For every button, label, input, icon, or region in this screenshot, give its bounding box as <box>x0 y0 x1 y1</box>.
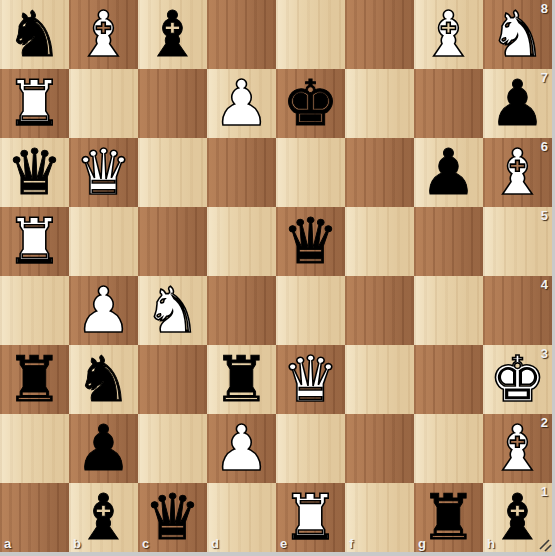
square-h2[interactable]: 2♝ <box>483 414 552 483</box>
square-h7[interactable]: 7♟ <box>483 69 552 138</box>
square-g2[interactable] <box>414 414 483 483</box>
square-a2[interactable] <box>0 414 69 483</box>
piece-white-queen[interactable]: ♛ <box>75 138 131 207</box>
square-g6[interactable]: ♟ <box>414 138 483 207</box>
square-b1[interactable]: b♝ <box>69 483 138 552</box>
square-b5[interactable] <box>69 207 138 276</box>
rank-label-4: 4 <box>541 277 548 292</box>
piece-white-pawn[interactable]: ♟ <box>213 69 269 138</box>
square-a7[interactable]: ♜ <box>0 69 69 138</box>
square-f6[interactable] <box>345 138 414 207</box>
square-h3[interactable]: 3♚ <box>483 345 552 414</box>
piece-white-bishop[interactable]: ♝ <box>420 0 476 69</box>
piece-white-rook[interactable]: ♜ <box>282 483 338 552</box>
piece-white-king[interactable]: ♚ <box>489 345 545 414</box>
square-f5[interactable] <box>345 207 414 276</box>
piece-black-knight[interactable]: ♞ <box>6 0 62 69</box>
square-b6[interactable]: ♛ <box>69 138 138 207</box>
square-d5[interactable] <box>207 207 276 276</box>
square-d2[interactable]: ♟ <box>207 414 276 483</box>
square-e5[interactable]: ♛ <box>276 207 345 276</box>
piece-white-rook[interactable]: ♜ <box>6 207 62 276</box>
square-f7[interactable] <box>345 69 414 138</box>
piece-black-pawn[interactable]: ♟ <box>420 138 476 207</box>
square-g7[interactable] <box>414 69 483 138</box>
square-c7[interactable] <box>138 69 207 138</box>
square-a1[interactable]: a <box>0 483 69 552</box>
square-h8[interactable]: 8♞ <box>483 0 552 69</box>
file-label-f: f <box>349 536 353 551</box>
square-c6[interactable] <box>138 138 207 207</box>
square-g8[interactable]: ♝ <box>414 0 483 69</box>
square-e7[interactable]: ♚ <box>276 69 345 138</box>
file-label-a: a <box>4 536 11 551</box>
piece-white-queen[interactable]: ♛ <box>282 345 338 414</box>
piece-black-knight[interactable]: ♞ <box>75 345 131 414</box>
square-f1[interactable]: f <box>345 483 414 552</box>
piece-white-pawn[interactable]: ♟ <box>213 414 269 483</box>
square-h5[interactable]: 5 <box>483 207 552 276</box>
square-g4[interactable] <box>414 276 483 345</box>
piece-black-bishop[interactable]: ♝ <box>75 483 131 552</box>
piece-black-king[interactable]: ♚ <box>282 69 338 138</box>
resize-handle-icon[interactable] <box>538 538 552 552</box>
file-label-d: d <box>211 536 219 551</box>
square-a4[interactable] <box>0 276 69 345</box>
square-b2[interactable]: ♟ <box>69 414 138 483</box>
piece-white-knight[interactable]: ♞ <box>144 276 200 345</box>
piece-black-rook[interactable]: ♜ <box>420 483 476 552</box>
square-b3[interactable]: ♞ <box>69 345 138 414</box>
square-c4[interactable]: ♞ <box>138 276 207 345</box>
square-b8[interactable]: ♝ <box>69 0 138 69</box>
piece-black-rook[interactable]: ♜ <box>6 345 62 414</box>
square-d4[interactable] <box>207 276 276 345</box>
square-e8[interactable] <box>276 0 345 69</box>
square-d3[interactable]: ♜ <box>207 345 276 414</box>
square-d6[interactable] <box>207 138 276 207</box>
square-a3[interactable]: ♜ <box>0 345 69 414</box>
square-f8[interactable] <box>345 0 414 69</box>
piece-white-bishop[interactable]: ♝ <box>75 0 131 69</box>
piece-black-queen[interactable]: ♛ <box>6 138 62 207</box>
piece-black-pawn[interactable]: ♟ <box>75 414 131 483</box>
piece-white-bishop[interactable]: ♝ <box>489 138 545 207</box>
piece-black-bishop[interactable]: ♝ <box>144 0 200 69</box>
chess-board: ♞♝♝♝8♞♜♟♚7♟♛♛♟6♝♜♛5♟♞4♜♞♜♛3♚♟♟2♝ab♝c♛de♜… <box>0 0 552 552</box>
square-d1[interactable]: d <box>207 483 276 552</box>
square-h4[interactable]: 4 <box>483 276 552 345</box>
square-h6[interactable]: 6♝ <box>483 138 552 207</box>
piece-white-rook[interactable]: ♜ <box>6 69 62 138</box>
square-a5[interactable]: ♜ <box>0 207 69 276</box>
square-e4[interactable] <box>276 276 345 345</box>
square-a6[interactable]: ♛ <box>0 138 69 207</box>
square-a8[interactable]: ♞ <box>0 0 69 69</box>
piece-black-queen[interactable]: ♛ <box>282 207 338 276</box>
piece-black-pawn[interactable]: ♟ <box>489 69 545 138</box>
square-e6[interactable] <box>276 138 345 207</box>
square-d8[interactable] <box>207 0 276 69</box>
square-f2[interactable] <box>345 414 414 483</box>
square-g5[interactable] <box>414 207 483 276</box>
square-g1[interactable]: g♜ <box>414 483 483 552</box>
piece-white-bishop[interactable]: ♝ <box>489 414 545 483</box>
square-d7[interactable]: ♟ <box>207 69 276 138</box>
piece-white-pawn[interactable]: ♟ <box>75 276 131 345</box>
square-c3[interactable] <box>138 345 207 414</box>
square-e3[interactable]: ♛ <box>276 345 345 414</box>
rank-label-5: 5 <box>541 208 548 223</box>
piece-white-knight[interactable]: ♞ <box>489 0 545 69</box>
page: ♞♝♝♝8♞♜♟♚7♟♛♛♟6♝♜♛5♟♞4♜♞♜♛3♚♟♟2♝ab♝c♛de♜… <box>0 0 555 556</box>
square-e1[interactable]: e♜ <box>276 483 345 552</box>
square-c5[interactable] <box>138 207 207 276</box>
square-b4[interactable]: ♟ <box>69 276 138 345</box>
square-c2[interactable] <box>138 414 207 483</box>
piece-black-rook[interactable]: ♜ <box>213 345 269 414</box>
square-b7[interactable] <box>69 69 138 138</box>
square-e2[interactable] <box>276 414 345 483</box>
square-f4[interactable] <box>345 276 414 345</box>
square-c8[interactable]: ♝ <box>138 0 207 69</box>
square-g3[interactable] <box>414 345 483 414</box>
square-c1[interactable]: c♛ <box>138 483 207 552</box>
piece-black-queen[interactable]: ♛ <box>144 483 200 552</box>
square-f3[interactable] <box>345 345 414 414</box>
